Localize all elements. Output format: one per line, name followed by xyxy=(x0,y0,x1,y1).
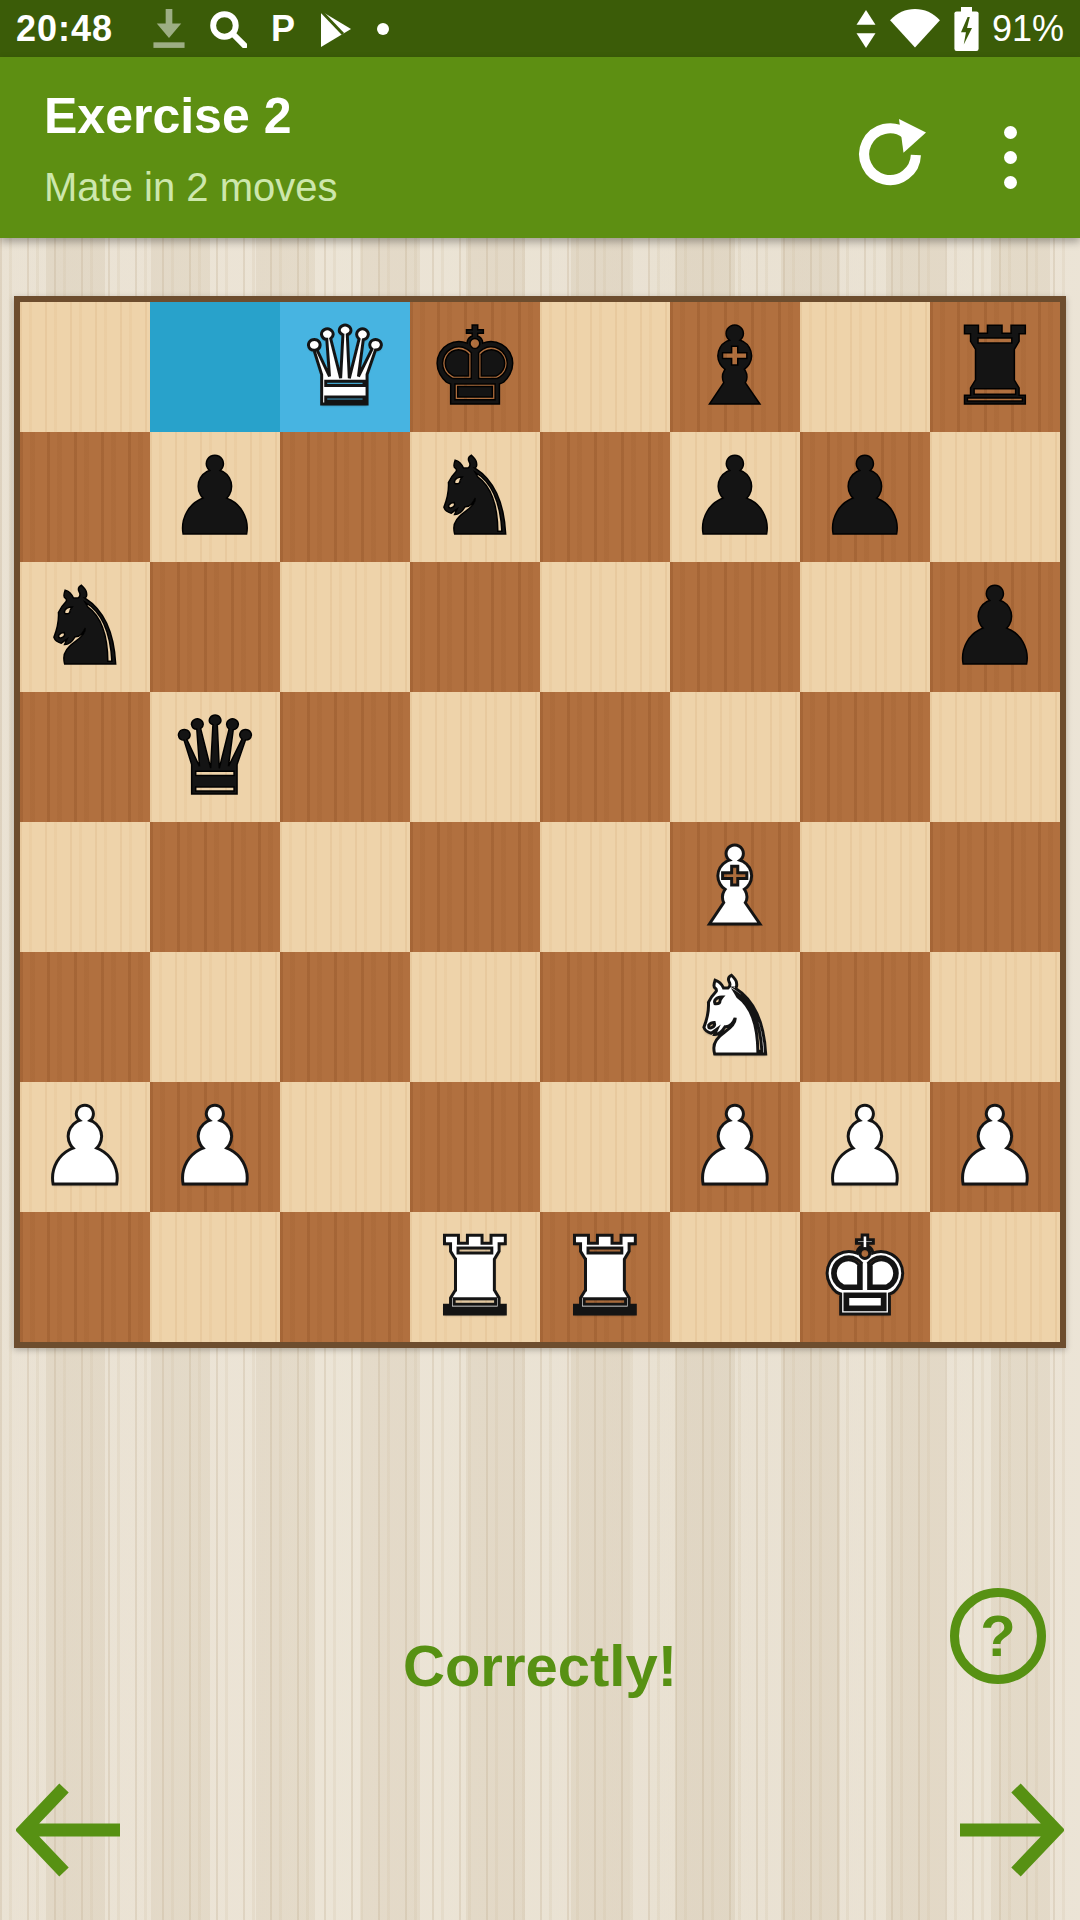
square-g2[interactable]: ♟ xyxy=(800,1082,930,1212)
square-f5[interactable] xyxy=(670,692,800,822)
square-f2[interactable]: ♟ xyxy=(670,1082,800,1212)
square-c7[interactable] xyxy=(280,432,410,562)
square-a2[interactable]: ♟ xyxy=(20,1082,150,1212)
square-e3[interactable] xyxy=(540,952,670,1082)
square-a3[interactable] xyxy=(20,952,150,1082)
piece-bP-g7: ♟ xyxy=(817,432,914,562)
piece-wP-a2: ♟ xyxy=(37,1082,134,1212)
piece-wP-h2: ♟ xyxy=(947,1082,1044,1212)
next-exercise-button[interactable] xyxy=(954,1778,1064,1882)
square-c3[interactable] xyxy=(280,952,410,1082)
square-d5[interactable] xyxy=(410,692,540,822)
square-b2[interactable]: ♟ xyxy=(150,1082,280,1212)
square-e2[interactable] xyxy=(540,1082,670,1212)
square-g7[interactable]: ♟ xyxy=(800,432,930,562)
piece-bK-d8: ♚ xyxy=(427,302,524,432)
square-d2[interactable] xyxy=(410,1082,540,1212)
piece-bP-h6: ♟ xyxy=(947,562,1044,692)
square-b7[interactable]: ♟ xyxy=(150,432,280,562)
square-e7[interactable] xyxy=(540,432,670,562)
square-d7[interactable]: ♞ xyxy=(410,432,540,562)
piece-bP-f7: ♟ xyxy=(687,432,784,562)
square-h3[interactable] xyxy=(930,952,1060,1082)
piece-wR-e1: ♜ xyxy=(557,1212,654,1342)
square-e8[interactable] xyxy=(540,302,670,432)
download-icon xyxy=(153,9,185,49)
feedback-message: Correctly! xyxy=(0,1632,1080,1699)
overflow-menu-icon xyxy=(1004,126,1017,139)
square-h6[interactable]: ♟ xyxy=(930,562,1060,692)
p-icon: P xyxy=(271,8,295,50)
piece-wR-d1: ♜ xyxy=(427,1212,524,1342)
square-a4[interactable] xyxy=(20,822,150,952)
square-e4[interactable] xyxy=(540,822,670,952)
square-c6[interactable] xyxy=(280,562,410,692)
overflow-menu-button[interactable] xyxy=(980,119,1040,195)
previous-exercise-button[interactable] xyxy=(16,1778,126,1882)
piece-wP-f2: ♟ xyxy=(687,1082,784,1212)
piece-bR-h8: ♜ xyxy=(947,302,1044,432)
square-g1[interactable]: ♚ xyxy=(800,1212,930,1342)
square-f3[interactable]: ♞ xyxy=(670,952,800,1082)
square-f4[interactable]: ♝ xyxy=(670,822,800,952)
square-b3[interactable] xyxy=(150,952,280,1082)
square-h5[interactable] xyxy=(930,692,1060,822)
square-f8[interactable]: ♝ xyxy=(670,302,800,432)
square-a8[interactable] xyxy=(20,302,150,432)
piece-wN-f3: ♞ xyxy=(687,952,784,1082)
square-d6[interactable] xyxy=(410,562,540,692)
square-e5[interactable] xyxy=(540,692,670,822)
square-h8[interactable]: ♜ xyxy=(930,302,1060,432)
piece-bP-b7: ♟ xyxy=(167,432,264,562)
arrow-left-icon xyxy=(16,1868,126,1885)
status-bar-right: 91% xyxy=(855,7,1064,51)
square-g3[interactable] xyxy=(800,952,930,1082)
phone-screen: 20:48 P xyxy=(0,0,1080,1920)
chess-board: ♛♚♝♜♟♞♟♟♞♟♛♝♞♟♟♟♟♟♜♜♚ xyxy=(14,296,1066,1348)
square-c1[interactable] xyxy=(280,1212,410,1342)
square-f6[interactable] xyxy=(670,562,800,692)
square-e6[interactable] xyxy=(540,562,670,692)
piece-wK-g1: ♚ xyxy=(817,1212,914,1342)
square-c5[interactable] xyxy=(280,692,410,822)
piece-wQ-c8: ♛ xyxy=(297,302,394,432)
square-b6[interactable] xyxy=(150,562,280,692)
refresh-icon xyxy=(854,119,926,195)
square-g4[interactable] xyxy=(800,822,930,952)
square-a7[interactable] xyxy=(20,432,150,562)
square-g5[interactable] xyxy=(800,692,930,822)
square-f7[interactable]: ♟ xyxy=(670,432,800,562)
square-a5[interactable] xyxy=(20,692,150,822)
square-h1[interactable] xyxy=(930,1212,1060,1342)
hint-button[interactable]: ? xyxy=(950,1588,1046,1684)
square-g8[interactable] xyxy=(800,302,930,432)
piece-wP-g2: ♟ xyxy=(817,1082,914,1212)
square-h2[interactable]: ♟ xyxy=(930,1082,1060,1212)
square-d1[interactable]: ♜ xyxy=(410,1212,540,1342)
app-bar: Exercise 2 Mate in 2 moves xyxy=(0,57,1080,238)
search-icon xyxy=(209,10,247,48)
refresh-button[interactable] xyxy=(852,119,928,195)
p-icon-letter: P xyxy=(271,8,295,50)
battery-charging-icon xyxy=(953,7,980,51)
square-a1[interactable] xyxy=(20,1212,150,1342)
square-d4[interactable] xyxy=(410,822,540,952)
question-mark-icon: ? xyxy=(980,1607,1015,1665)
square-b8[interactable] xyxy=(150,302,280,432)
square-c4[interactable] xyxy=(280,822,410,952)
arrow-right-icon xyxy=(954,1868,1064,1885)
piece-bB-f8: ♝ xyxy=(687,302,784,432)
square-d3[interactable] xyxy=(410,952,540,1082)
square-a6[interactable]: ♞ xyxy=(20,562,150,692)
square-f1[interactable] xyxy=(670,1212,800,1342)
square-e1[interactable]: ♜ xyxy=(540,1212,670,1342)
piece-wB-f4: ♝ xyxy=(687,822,784,952)
piece-bN-d7: ♞ xyxy=(427,432,524,562)
wifi-icon xyxy=(889,8,941,50)
notification-dot xyxy=(377,23,389,35)
piece-wP-b2: ♟ xyxy=(167,1082,264,1212)
square-b5[interactable]: ♛ xyxy=(150,692,280,822)
battery-percent: 91% xyxy=(992,8,1064,50)
page-title: Exercise 2 xyxy=(44,87,291,145)
square-h4[interactable] xyxy=(930,822,1060,952)
square-c2[interactable] xyxy=(280,1082,410,1212)
status-time: 20:48 xyxy=(16,8,113,50)
play-store-icon xyxy=(319,9,353,49)
square-c8[interactable]: ♛ xyxy=(280,302,410,432)
square-g6[interactable] xyxy=(800,562,930,692)
square-d8[interactable]: ♚ xyxy=(410,302,540,432)
square-b1[interactable] xyxy=(150,1212,280,1342)
square-h7[interactable] xyxy=(930,432,1060,562)
page-subtitle: Mate in 2 moves xyxy=(44,165,337,210)
status-bar: 20:48 P xyxy=(0,0,1080,57)
network-updown-icon xyxy=(855,9,877,49)
square-b4[interactable] xyxy=(150,822,280,952)
piece-bQ-b5: ♛ xyxy=(167,692,264,822)
piece-bN-a6: ♞ xyxy=(37,562,134,692)
